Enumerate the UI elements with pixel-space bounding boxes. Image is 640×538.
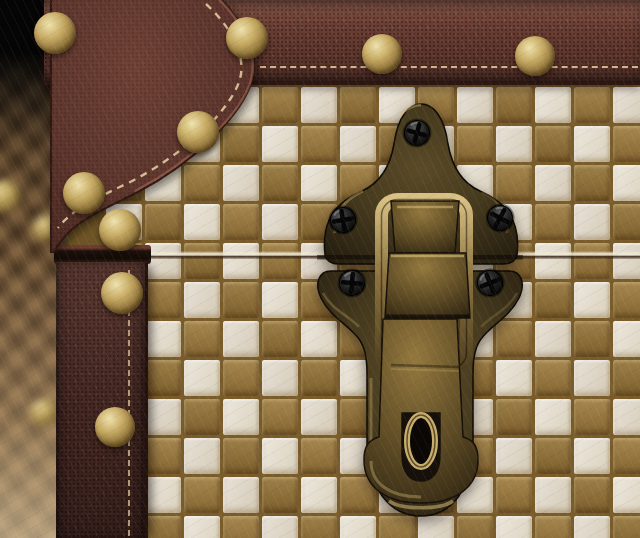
brass-stud	[362, 34, 402, 74]
brass-stud	[95, 407, 135, 447]
checker-cell	[184, 516, 220, 538]
checker-cell	[574, 438, 610, 474]
checker-cell	[184, 399, 220, 435]
checker-cell	[262, 438, 298, 474]
checker-cell	[613, 165, 640, 201]
latch-lever-top	[385, 253, 470, 318]
checker-cell	[262, 282, 298, 318]
checker-cell	[262, 516, 298, 538]
checker-cell	[145, 399, 181, 435]
checker-cell	[184, 360, 220, 396]
checker-cell	[574, 126, 610, 162]
trunk-closeup-scene	[0, 0, 640, 538]
checker-cell	[574, 243, 610, 279]
checker-cell	[535, 438, 571, 474]
checker-cell	[613, 399, 640, 435]
checker-cell	[223, 438, 259, 474]
brass-stud	[63, 172, 105, 214]
checker-cell	[535, 87, 571, 123]
checker-cell	[184, 438, 220, 474]
checker-cell	[184, 477, 220, 513]
checker-cell	[613, 321, 640, 357]
checker-cell	[145, 282, 181, 318]
checker-cell	[223, 360, 259, 396]
checker-cell	[223, 282, 259, 318]
checker-cell	[145, 360, 181, 396]
checker-cell	[535, 243, 571, 279]
brass-stud	[226, 17, 268, 59]
checker-cell	[145, 516, 181, 538]
checker-cell	[262, 477, 298, 513]
checker-cell	[262, 360, 298, 396]
checker-cell	[574, 399, 610, 435]
checker-cell	[574, 477, 610, 513]
brass-stud	[515, 36, 555, 76]
checker-cell	[574, 165, 610, 201]
checker-cell	[535, 204, 571, 240]
checker-cell	[184, 321, 220, 357]
brass-stud-blurred	[31, 399, 57, 425]
checker-cell	[145, 438, 181, 474]
checker-cell	[613, 204, 640, 240]
band-stitching	[260, 66, 638, 68]
checker-cell	[262, 321, 298, 357]
latch-catch	[391, 201, 459, 253]
checker-cell	[574, 204, 610, 240]
checker-cell	[613, 438, 640, 474]
checker-cell	[223, 399, 259, 435]
checker-cell	[145, 477, 181, 513]
checker-cell	[613, 360, 640, 396]
checker-cell	[574, 516, 610, 538]
brass-stud	[34, 12, 76, 54]
checker-cell	[535, 321, 571, 357]
checker-cell	[613, 282, 640, 318]
checker-cell	[574, 321, 610, 357]
checker-cell	[535, 516, 571, 538]
brass-stud	[177, 111, 219, 153]
brass-latch	[305, 83, 535, 533]
checker-cell	[223, 321, 259, 357]
checker-cell	[613, 87, 640, 123]
checker-cell	[535, 126, 571, 162]
checker-cell	[223, 477, 259, 513]
checker-cell	[535, 477, 571, 513]
checker-cell	[535, 282, 571, 318]
checker-cell	[262, 399, 298, 435]
checker-cell	[613, 126, 640, 162]
checker-cell	[535, 165, 571, 201]
checker-cell	[223, 516, 259, 538]
checker-cell	[574, 360, 610, 396]
checker-cell	[613, 477, 640, 513]
checker-cell	[145, 321, 181, 357]
checker-cell	[613, 516, 640, 538]
brass-stud	[101, 272, 143, 314]
checker-cell	[535, 360, 571, 396]
checker-cell	[613, 243, 640, 279]
checker-cell	[184, 282, 220, 318]
brass-stud	[99, 209, 141, 251]
checker-cell	[574, 87, 610, 123]
checker-cell	[574, 282, 610, 318]
checker-cell	[535, 399, 571, 435]
